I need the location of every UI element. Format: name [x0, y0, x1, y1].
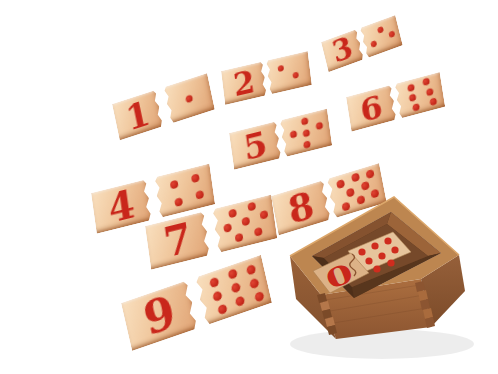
count-dot [230, 282, 241, 294]
count-dot [316, 121, 324, 130]
puzzle-6[interactable]: 6 [346, 72, 445, 132]
count-dot [170, 180, 179, 190]
box-piece-dots [358, 237, 398, 272]
count-dot [303, 140, 311, 149]
count-dot [346, 187, 355, 197]
puzzle-9-dots-piece[interactable] [195, 255, 272, 326]
count-dot [247, 202, 256, 212]
count-dot [430, 97, 438, 106]
box-floor [324, 224, 428, 287]
count-dot [373, 265, 380, 272]
numeral-label: 7 [145, 211, 210, 270]
count-dot [212, 290, 223, 302]
count-dot [423, 78, 431, 87]
count-dot [278, 65, 285, 72]
puzzle-5[interactable]: 5 [229, 109, 332, 170]
count-dot [217, 303, 228, 315]
count-dot [249, 278, 260, 290]
box-right-face [421, 255, 465, 327]
count-dot [228, 208, 237, 218]
box-front-face [321, 279, 431, 339]
box-front-grain [325, 285, 427, 323]
count-dot [293, 72, 300, 79]
count-dot [303, 128, 311, 137]
count-dot [235, 233, 244, 243]
count-dot [391, 246, 398, 253]
count-dot [246, 264, 257, 276]
numeral-label: 6 [346, 85, 397, 132]
box-piece-numeral: 0 [321, 257, 357, 295]
puzzle-8-dots-piece[interactable] [326, 163, 386, 219]
count-dot [377, 26, 384, 34]
storage-box[interactable]: 0 [0, 0, 498, 374]
count-dot [209, 277, 220, 289]
count-dot [174, 197, 183, 207]
count-dot [378, 252, 385, 259]
box-inner-front-right-wall [352, 253, 441, 298]
count-dot [260, 210, 269, 220]
count-dot [351, 172, 360, 182]
puzzle-2-numeral-piece[interactable]: 2 [221, 61, 267, 105]
count-dot [242, 217, 251, 227]
puzzle-6-numeral-piece[interactable]: 6 [346, 85, 397, 132]
box-inner-front-left-wall [312, 256, 354, 298]
count-dot [235, 295, 246, 307]
count-dot [412, 103, 420, 112]
numeral-label: 1 [112, 90, 163, 141]
puzzle-1-numeral-piece[interactable]: 1 [112, 90, 163, 141]
count-dot [388, 31, 395, 39]
puzzle-9[interactable]: 9 [121, 255, 272, 351]
puzzle-8[interactable]: 8 [271, 163, 387, 236]
puzzle-3-numeral-piece[interactable]: 3 [321, 29, 364, 72]
box-shadow [290, 329, 474, 359]
puzzle-3-dots-piece[interactable] [360, 15, 403, 58]
box-interior [312, 212, 441, 298]
puzzle-1[interactable]: 1 [112, 73, 215, 140]
numeral-label: 3 [321, 29, 364, 72]
puzzle-7-dots-piece[interactable] [212, 195, 277, 254]
count-dot [365, 257, 372, 264]
box-piece-dots-half[interactable] [348, 232, 411, 272]
count-dot [336, 179, 345, 189]
puzzle-2-dots-piece[interactable] [266, 51, 312, 95]
puzzle-5-dots-piece[interactable] [279, 109, 332, 158]
count-dot [224, 223, 233, 233]
count-dot [366, 169, 375, 179]
count-dot [371, 40, 378, 48]
puzzle-4-numeral-piece[interactable]: 4 [91, 179, 152, 234]
count-dot [358, 248, 365, 255]
count-dot [185, 95, 193, 104]
box-piece-joint-wave [350, 254, 356, 276]
count-dot [191, 173, 200, 183]
puzzle-2[interactable]: 2 [221, 51, 312, 105]
box-finger-joints-right [415, 281, 435, 328]
count-dot [254, 291, 265, 303]
puzzle-1-dots-piece[interactable] [163, 73, 214, 124]
box-piece-numeral-half[interactable] [313, 253, 369, 293]
numeral-label: 4 [91, 179, 152, 234]
count-dot [387, 259, 394, 266]
puzzle-7-numeral-piece[interactable]: 7 [145, 211, 210, 270]
puzzle-3[interactable]: 3 [321, 15, 403, 72]
puzzle-6-dots-piece[interactable] [394, 72, 445, 119]
count-dot [342, 201, 351, 211]
numeral-label: 8 [271, 180, 331, 236]
count-dot [426, 88, 434, 97]
puzzle-9-numeral-piece[interactable]: 9 [121, 280, 198, 351]
numeral-label: 9 [121, 280, 198, 351]
count-dot [371, 242, 378, 249]
photo-scene: 123456789 [0, 0, 498, 374]
count-dot [361, 181, 370, 191]
box-inner-back-right-wall [387, 212, 441, 256]
count-dot [196, 190, 205, 200]
count-dot [356, 195, 365, 205]
count-dot [384, 237, 391, 244]
box-left-face [290, 256, 336, 339]
numeral-label: 5 [229, 121, 282, 170]
numeral-label: 2 [221, 61, 267, 105]
puzzle-5-numeral-piece[interactable]: 5 [229, 121, 282, 170]
count-dot [289, 130, 297, 139]
count-dot [407, 83, 415, 92]
count-dot [254, 226, 263, 236]
count-dot [370, 189, 379, 199]
count-dot [227, 269, 238, 281]
count-dot [409, 93, 417, 102]
count-dot [300, 117, 308, 126]
box-finger-joints-left [317, 293, 337, 335]
puzzle-8-numeral-piece[interactable]: 8 [271, 180, 331, 236]
